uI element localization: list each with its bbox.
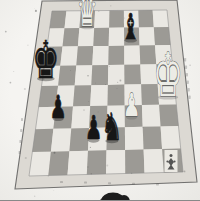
piece-black-pawn: ♟ xyxy=(50,89,67,125)
square-c5 xyxy=(75,65,93,85)
square-c4 xyxy=(73,85,91,106)
square-f2 xyxy=(125,127,144,150)
square-g1 xyxy=(144,149,164,173)
square-a2 xyxy=(32,129,53,152)
square-f5 xyxy=(124,64,141,84)
piece-black-bishop: ♝ xyxy=(121,6,140,48)
square-e5 xyxy=(108,65,125,85)
chessboard: ♛♝♚♚♟♟♟♞ xyxy=(0,0,200,200)
square-h2 xyxy=(161,126,181,149)
square-b2 xyxy=(51,128,71,151)
piece-black-pawn: ♟ xyxy=(85,109,103,147)
square-e1 xyxy=(106,150,125,174)
square-a1 xyxy=(29,152,51,176)
square-d6 xyxy=(92,46,108,65)
piece-white-queen: ♛ xyxy=(77,0,98,36)
square-b1 xyxy=(48,151,69,175)
square-g7 xyxy=(139,27,155,45)
square-e6 xyxy=(108,46,124,65)
square-f1 xyxy=(125,150,144,174)
square-c1 xyxy=(68,151,89,175)
square-g8 xyxy=(138,10,154,27)
square-f6 xyxy=(124,45,140,64)
piece-white-king: ♚ xyxy=(153,40,183,109)
maker-stamp-icon xyxy=(165,150,178,172)
square-b5 xyxy=(58,65,76,85)
piece-white-pawn: ♟ xyxy=(123,87,140,123)
square-a8 xyxy=(50,11,67,29)
square-d1 xyxy=(87,150,107,174)
offboard-piece xyxy=(100,193,130,201)
square-h8 xyxy=(153,10,169,27)
square-d5 xyxy=(91,65,108,85)
chessboard-photo: ♛♝♚♚♟♟♟♞ xyxy=(0,0,200,200)
square-c6 xyxy=(76,46,93,65)
square-b6 xyxy=(60,46,78,65)
square-d4 xyxy=(90,85,108,106)
piece-black-king: ♚ xyxy=(32,30,59,90)
square-e4 xyxy=(108,85,125,106)
piece-black-knight: ♞ xyxy=(101,105,122,148)
square-g2 xyxy=(143,126,162,149)
